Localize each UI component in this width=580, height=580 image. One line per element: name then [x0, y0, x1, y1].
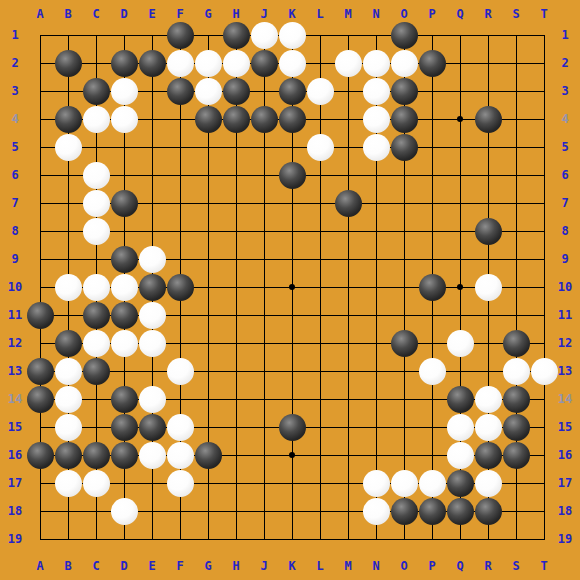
intersection-C14[interactable]	[82, 385, 110, 413]
intersection-N14[interactable]	[362, 385, 390, 413]
intersection-C19[interactable]	[82, 525, 110, 553]
intersection-E12[interactable]	[138, 329, 166, 357]
intersection-Q12[interactable]	[446, 329, 474, 357]
intersection-O17[interactable]	[390, 469, 418, 497]
intersection-D14[interactable]	[110, 385, 138, 413]
intersection-M18[interactable]	[334, 497, 362, 525]
intersection-N4[interactable]	[362, 105, 390, 133]
intersection-S17[interactable]	[502, 469, 530, 497]
intersection-T4[interactable]	[530, 105, 558, 133]
intersection-L17[interactable]	[306, 469, 334, 497]
intersection-H16[interactable]	[222, 441, 250, 469]
intersection-Q17[interactable]	[446, 469, 474, 497]
intersection-R2[interactable]	[474, 49, 502, 77]
intersection-F1[interactable]	[166, 21, 194, 49]
intersection-J19[interactable]	[250, 525, 278, 553]
intersection-S1[interactable]	[502, 21, 530, 49]
intersection-J6[interactable]	[250, 161, 278, 189]
intersection-O6[interactable]	[390, 161, 418, 189]
intersection-O9[interactable]	[390, 245, 418, 273]
intersection-P14[interactable]	[418, 385, 446, 413]
intersection-N11[interactable]	[362, 301, 390, 329]
intersection-C9[interactable]	[82, 245, 110, 273]
intersection-C7[interactable]	[82, 189, 110, 217]
intersection-A7[interactable]	[26, 189, 54, 217]
intersection-A8[interactable]	[26, 217, 54, 245]
intersection-R9[interactable]	[474, 245, 502, 273]
intersection-K19[interactable]	[278, 525, 306, 553]
intersection-K17[interactable]	[278, 469, 306, 497]
intersection-B13[interactable]	[54, 357, 82, 385]
intersection-A12[interactable]	[26, 329, 54, 357]
intersection-T5[interactable]	[530, 133, 558, 161]
intersection-C17[interactable]	[82, 469, 110, 497]
intersection-J10[interactable]	[250, 273, 278, 301]
intersection-P13[interactable]	[418, 357, 446, 385]
intersection-E18[interactable]	[138, 497, 166, 525]
intersection-E6[interactable]	[138, 161, 166, 189]
intersection-Q9[interactable]	[446, 245, 474, 273]
intersection-M14[interactable]	[334, 385, 362, 413]
intersection-O18[interactable]	[390, 497, 418, 525]
intersection-H13[interactable]	[222, 357, 250, 385]
intersection-C16[interactable]	[82, 441, 110, 469]
intersection-E16[interactable]	[138, 441, 166, 469]
intersection-J3[interactable]	[250, 77, 278, 105]
intersection-F3[interactable]	[166, 77, 194, 105]
intersection-J18[interactable]	[250, 497, 278, 525]
intersection-G9[interactable]	[194, 245, 222, 273]
intersection-S10[interactable]	[502, 273, 530, 301]
intersection-R12[interactable]	[474, 329, 502, 357]
intersection-S18[interactable]	[502, 497, 530, 525]
intersection-D17[interactable]	[110, 469, 138, 497]
intersection-S8[interactable]	[502, 217, 530, 245]
intersection-C1[interactable]	[82, 21, 110, 49]
intersection-B9[interactable]	[54, 245, 82, 273]
intersection-B11[interactable]	[54, 301, 82, 329]
intersection-A17[interactable]	[26, 469, 54, 497]
intersection-R10[interactable]	[474, 273, 502, 301]
intersection-B7[interactable]	[54, 189, 82, 217]
intersection-D12[interactable]	[110, 329, 138, 357]
intersection-L11[interactable]	[306, 301, 334, 329]
intersection-M16[interactable]	[334, 441, 362, 469]
intersection-F14[interactable]	[166, 385, 194, 413]
intersection-L13[interactable]	[306, 357, 334, 385]
intersection-K10[interactable]	[278, 273, 306, 301]
intersection-S13[interactable]	[502, 357, 530, 385]
intersection-E17[interactable]	[138, 469, 166, 497]
intersection-H12[interactable]	[222, 329, 250, 357]
intersection-O5[interactable]	[390, 133, 418, 161]
intersection-H3[interactable]	[222, 77, 250, 105]
intersection-C5[interactable]	[82, 133, 110, 161]
intersection-D15[interactable]	[110, 413, 138, 441]
intersection-C2[interactable]	[82, 49, 110, 77]
intersection-H1[interactable]	[222, 21, 250, 49]
intersection-G14[interactable]	[194, 385, 222, 413]
intersection-K18[interactable]	[278, 497, 306, 525]
intersection-Q2[interactable]	[446, 49, 474, 77]
intersection-T10[interactable]	[530, 273, 558, 301]
intersection-D19[interactable]	[110, 525, 138, 553]
intersection-G15[interactable]	[194, 413, 222, 441]
intersection-S19[interactable]	[502, 525, 530, 553]
intersection-E7[interactable]	[138, 189, 166, 217]
intersection-P10[interactable]	[418, 273, 446, 301]
intersection-Q16[interactable]	[446, 441, 474, 469]
intersection-H9[interactable]	[222, 245, 250, 273]
intersection-F2[interactable]	[166, 49, 194, 77]
intersection-N17[interactable]	[362, 469, 390, 497]
intersection-R11[interactable]	[474, 301, 502, 329]
intersection-P3[interactable]	[418, 77, 446, 105]
intersection-S16[interactable]	[502, 441, 530, 469]
intersection-G3[interactable]	[194, 77, 222, 105]
intersection-J12[interactable]	[250, 329, 278, 357]
intersection-O13[interactable]	[390, 357, 418, 385]
intersection-F17[interactable]	[166, 469, 194, 497]
intersection-L19[interactable]	[306, 525, 334, 553]
intersection-G5[interactable]	[194, 133, 222, 161]
intersection-N10[interactable]	[362, 273, 390, 301]
intersection-B12[interactable]	[54, 329, 82, 357]
intersection-Q11[interactable]	[446, 301, 474, 329]
intersection-J5[interactable]	[250, 133, 278, 161]
intersection-N15[interactable]	[362, 413, 390, 441]
intersection-O7[interactable]	[390, 189, 418, 217]
intersection-M7[interactable]	[334, 189, 362, 217]
intersection-T19[interactable]	[530, 525, 558, 553]
intersection-D8[interactable]	[110, 217, 138, 245]
intersection-J14[interactable]	[250, 385, 278, 413]
intersection-T1[interactable]	[530, 21, 558, 49]
intersection-A18[interactable]	[26, 497, 54, 525]
intersection-Q8[interactable]	[446, 217, 474, 245]
intersection-M3[interactable]	[334, 77, 362, 105]
intersection-L7[interactable]	[306, 189, 334, 217]
intersection-R19[interactable]	[474, 525, 502, 553]
intersection-T9[interactable]	[530, 245, 558, 273]
intersection-F10[interactable]	[166, 273, 194, 301]
intersection-H6[interactable]	[222, 161, 250, 189]
intersection-K15[interactable]	[278, 413, 306, 441]
intersection-R1[interactable]	[474, 21, 502, 49]
intersection-J4[interactable]	[250, 105, 278, 133]
intersection-C15[interactable]	[82, 413, 110, 441]
intersection-B16[interactable]	[54, 441, 82, 469]
intersection-P12[interactable]	[418, 329, 446, 357]
intersection-A6[interactable]	[26, 161, 54, 189]
intersection-H18[interactable]	[222, 497, 250, 525]
intersection-R4[interactable]	[474, 105, 502, 133]
intersection-C6[interactable]	[82, 161, 110, 189]
intersection-K7[interactable]	[278, 189, 306, 217]
intersection-K4[interactable]	[278, 105, 306, 133]
intersection-P9[interactable]	[418, 245, 446, 273]
intersection-N2[interactable]	[362, 49, 390, 77]
intersection-P18[interactable]	[418, 497, 446, 525]
intersection-F12[interactable]	[166, 329, 194, 357]
intersection-T7[interactable]	[530, 189, 558, 217]
intersection-E2[interactable]	[138, 49, 166, 77]
intersection-T2[interactable]	[530, 49, 558, 77]
intersection-Q3[interactable]	[446, 77, 474, 105]
intersection-G12[interactable]	[194, 329, 222, 357]
intersection-R5[interactable]	[474, 133, 502, 161]
intersection-D3[interactable]	[110, 77, 138, 105]
intersection-B6[interactable]	[54, 161, 82, 189]
intersection-B8[interactable]	[54, 217, 82, 245]
intersection-B15[interactable]	[54, 413, 82, 441]
intersection-M19[interactable]	[334, 525, 362, 553]
intersection-Q5[interactable]	[446, 133, 474, 161]
intersection-N19[interactable]	[362, 525, 390, 553]
intersection-A9[interactable]	[26, 245, 54, 273]
intersection-N8[interactable]	[362, 217, 390, 245]
intersection-T8[interactable]	[530, 217, 558, 245]
intersection-J8[interactable]	[250, 217, 278, 245]
intersection-D4[interactable]	[110, 105, 138, 133]
intersection-S3[interactable]	[502, 77, 530, 105]
intersection-A19[interactable]	[26, 525, 54, 553]
intersection-T13[interactable]	[530, 357, 558, 385]
intersection-K3[interactable]	[278, 77, 306, 105]
intersection-D5[interactable]	[110, 133, 138, 161]
intersection-N18[interactable]	[362, 497, 390, 525]
intersection-S6[interactable]	[502, 161, 530, 189]
intersection-L12[interactable]	[306, 329, 334, 357]
intersection-H7[interactable]	[222, 189, 250, 217]
intersection-G2[interactable]	[194, 49, 222, 77]
intersection-A5[interactable]	[26, 133, 54, 161]
intersection-G7[interactable]	[194, 189, 222, 217]
intersection-J7[interactable]	[250, 189, 278, 217]
intersection-O10[interactable]	[390, 273, 418, 301]
intersection-R13[interactable]	[474, 357, 502, 385]
intersection-L9[interactable]	[306, 245, 334, 273]
intersection-C11[interactable]	[82, 301, 110, 329]
intersection-E4[interactable]	[138, 105, 166, 133]
intersection-H17[interactable]	[222, 469, 250, 497]
intersection-Q18[interactable]	[446, 497, 474, 525]
intersection-F4[interactable]	[166, 105, 194, 133]
intersection-G17[interactable]	[194, 469, 222, 497]
intersection-F5[interactable]	[166, 133, 194, 161]
intersection-R7[interactable]	[474, 189, 502, 217]
intersection-A2[interactable]	[26, 49, 54, 77]
intersection-O11[interactable]	[390, 301, 418, 329]
intersection-D6[interactable]	[110, 161, 138, 189]
intersection-N12[interactable]	[362, 329, 390, 357]
intersection-B5[interactable]	[54, 133, 82, 161]
intersection-P2[interactable]	[418, 49, 446, 77]
intersection-M4[interactable]	[334, 105, 362, 133]
intersection-M10[interactable]	[334, 273, 362, 301]
intersection-M13[interactable]	[334, 357, 362, 385]
intersection-B14[interactable]	[54, 385, 82, 413]
intersection-T6[interactable]	[530, 161, 558, 189]
intersection-K2[interactable]	[278, 49, 306, 77]
intersection-L1[interactable]	[306, 21, 334, 49]
intersection-G8[interactable]	[194, 217, 222, 245]
intersection-E9[interactable]	[138, 245, 166, 273]
intersection-R8[interactable]	[474, 217, 502, 245]
intersection-L10[interactable]	[306, 273, 334, 301]
intersection-A16[interactable]	[26, 441, 54, 469]
intersection-A14[interactable]	[26, 385, 54, 413]
intersection-N1[interactable]	[362, 21, 390, 49]
intersection-R15[interactable]	[474, 413, 502, 441]
intersection-P8[interactable]	[418, 217, 446, 245]
intersection-D18[interactable]	[110, 497, 138, 525]
intersection-F18[interactable]	[166, 497, 194, 525]
intersection-M17[interactable]	[334, 469, 362, 497]
intersection-C10[interactable]	[82, 273, 110, 301]
intersection-O2[interactable]	[390, 49, 418, 77]
intersection-A13[interactable]	[26, 357, 54, 385]
intersection-Q15[interactable]	[446, 413, 474, 441]
intersection-J11[interactable]	[250, 301, 278, 329]
intersection-L16[interactable]	[306, 441, 334, 469]
intersection-F6[interactable]	[166, 161, 194, 189]
intersection-H8[interactable]	[222, 217, 250, 245]
intersection-L15[interactable]	[306, 413, 334, 441]
intersection-R17[interactable]	[474, 469, 502, 497]
intersection-S7[interactable]	[502, 189, 530, 217]
intersection-G16[interactable]	[194, 441, 222, 469]
intersection-D7[interactable]	[110, 189, 138, 217]
intersection-H5[interactable]	[222, 133, 250, 161]
intersection-O19[interactable]	[390, 525, 418, 553]
intersection-O15[interactable]	[390, 413, 418, 441]
intersection-B3[interactable]	[54, 77, 82, 105]
intersection-F15[interactable]	[166, 413, 194, 441]
intersection-N5[interactable]	[362, 133, 390, 161]
intersection-P19[interactable]	[418, 525, 446, 553]
intersection-K11[interactable]	[278, 301, 306, 329]
intersection-E11[interactable]	[138, 301, 166, 329]
intersection-F13[interactable]	[166, 357, 194, 385]
intersection-F19[interactable]	[166, 525, 194, 553]
intersection-A3[interactable]	[26, 77, 54, 105]
intersection-B10[interactable]	[54, 273, 82, 301]
intersection-A4[interactable]	[26, 105, 54, 133]
intersection-B2[interactable]	[54, 49, 82, 77]
intersection-L14[interactable]	[306, 385, 334, 413]
intersection-T17[interactable]	[530, 469, 558, 497]
intersection-A10[interactable]	[26, 273, 54, 301]
intersection-L18[interactable]	[306, 497, 334, 525]
intersection-M9[interactable]	[334, 245, 362, 273]
intersection-P7[interactable]	[418, 189, 446, 217]
intersection-R3[interactable]	[474, 77, 502, 105]
intersection-E5[interactable]	[138, 133, 166, 161]
intersection-G1[interactable]	[194, 21, 222, 49]
intersection-E14[interactable]	[138, 385, 166, 413]
intersection-L6[interactable]	[306, 161, 334, 189]
intersection-H14[interactable]	[222, 385, 250, 413]
intersection-T16[interactable]	[530, 441, 558, 469]
intersection-M11[interactable]	[334, 301, 362, 329]
intersection-O14[interactable]	[390, 385, 418, 413]
intersection-S12[interactable]	[502, 329, 530, 357]
intersection-K16[interactable]	[278, 441, 306, 469]
intersection-F11[interactable]	[166, 301, 194, 329]
intersection-M6[interactable]	[334, 161, 362, 189]
intersection-E3[interactable]	[138, 77, 166, 105]
intersection-P16[interactable]	[418, 441, 446, 469]
intersection-B17[interactable]	[54, 469, 82, 497]
intersection-G4[interactable]	[194, 105, 222, 133]
intersection-R6[interactable]	[474, 161, 502, 189]
intersection-G10[interactable]	[194, 273, 222, 301]
intersection-O16[interactable]	[390, 441, 418, 469]
intersection-O1[interactable]	[390, 21, 418, 49]
intersection-P5[interactable]	[418, 133, 446, 161]
intersection-J9[interactable]	[250, 245, 278, 273]
intersection-M15[interactable]	[334, 413, 362, 441]
intersection-L3[interactable]	[306, 77, 334, 105]
intersection-L5[interactable]	[306, 133, 334, 161]
intersection-S15[interactable]	[502, 413, 530, 441]
intersection-T15[interactable]	[530, 413, 558, 441]
intersection-E8[interactable]	[138, 217, 166, 245]
intersection-Q14[interactable]	[446, 385, 474, 413]
intersection-D16[interactable]	[110, 441, 138, 469]
intersection-A1[interactable]	[26, 21, 54, 49]
intersection-N3[interactable]	[362, 77, 390, 105]
intersection-E10[interactable]	[138, 273, 166, 301]
intersection-H2[interactable]	[222, 49, 250, 77]
intersection-G13[interactable]	[194, 357, 222, 385]
intersection-E13[interactable]	[138, 357, 166, 385]
intersection-N6[interactable]	[362, 161, 390, 189]
intersection-R16[interactable]	[474, 441, 502, 469]
intersection-N13[interactable]	[362, 357, 390, 385]
intersection-Q13[interactable]	[446, 357, 474, 385]
intersection-K5[interactable]	[278, 133, 306, 161]
intersection-Q10[interactable]	[446, 273, 474, 301]
intersection-M8[interactable]	[334, 217, 362, 245]
intersection-T12[interactable]	[530, 329, 558, 357]
intersection-H11[interactable]	[222, 301, 250, 329]
intersection-J17[interactable]	[250, 469, 278, 497]
intersection-N9[interactable]	[362, 245, 390, 273]
intersection-F7[interactable]	[166, 189, 194, 217]
intersection-C4[interactable]	[82, 105, 110, 133]
intersection-T11[interactable]	[530, 301, 558, 329]
intersection-B18[interactable]	[54, 497, 82, 525]
intersection-H15[interactable]	[222, 413, 250, 441]
intersection-K9[interactable]	[278, 245, 306, 273]
intersection-S4[interactable]	[502, 105, 530, 133]
board-intersections[interactable]	[26, 21, 558, 553]
intersection-D1[interactable]	[110, 21, 138, 49]
intersection-D2[interactable]	[110, 49, 138, 77]
intersection-O8[interactable]	[390, 217, 418, 245]
intersection-B4[interactable]	[54, 105, 82, 133]
intersection-D13[interactable]	[110, 357, 138, 385]
intersection-K6[interactable]	[278, 161, 306, 189]
intersection-F8[interactable]	[166, 217, 194, 245]
intersection-H19[interactable]	[222, 525, 250, 553]
intersection-Q7[interactable]	[446, 189, 474, 217]
intersection-T3[interactable]	[530, 77, 558, 105]
intersection-K12[interactable]	[278, 329, 306, 357]
intersection-P17[interactable]	[418, 469, 446, 497]
